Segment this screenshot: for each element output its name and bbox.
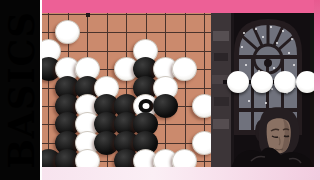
white-stone bbox=[172, 57, 197, 81]
overlay-stone-dot bbox=[274, 71, 296, 93]
video-thumbnail: BASICS bbox=[0, 0, 320, 180]
go-board bbox=[42, 13, 211, 167]
white-stone bbox=[55, 20, 80, 44]
white-stone bbox=[192, 131, 212, 155]
black-stone bbox=[153, 94, 178, 118]
bottom-accent-bar bbox=[42, 167, 320, 180]
grid-line bbox=[42, 14, 211, 15]
right-accent-bar bbox=[314, 0, 320, 180]
series-title: BASICS bbox=[1, 11, 42, 169]
white-stone bbox=[75, 149, 100, 167]
white-stone bbox=[192, 94, 212, 118]
title-sidebar: BASICS bbox=[0, 0, 40, 180]
sidebar-divider bbox=[40, 0, 42, 180]
grid-line bbox=[42, 51, 211, 52]
white-stone bbox=[172, 149, 197, 167]
overlay-stone-dot bbox=[227, 71, 249, 93]
grid-line bbox=[48, 13, 49, 167]
top-accent-bar bbox=[42, 0, 320, 13]
grid-line bbox=[185, 13, 186, 167]
overlay-stone-dot bbox=[251, 71, 273, 93]
star-point bbox=[86, 13, 90, 17]
webcam-panel bbox=[211, 13, 314, 167]
